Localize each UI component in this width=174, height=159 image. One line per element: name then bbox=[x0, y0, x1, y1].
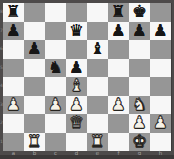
square-g1[interactable]: ♚ bbox=[129, 133, 150, 152]
square-f2[interactable] bbox=[108, 114, 129, 133]
square-h1[interactable] bbox=[150, 133, 171, 152]
square-d2[interactable]: ♛ bbox=[66, 114, 87, 133]
square-c6[interactable] bbox=[45, 40, 66, 59]
rank-label-1: 1 bbox=[0, 133, 3, 152]
chess-app-window: ♜♜♚♟♛♟♟♟♟♝♞♟♝♟♟♟♟♞♛♟♟♜♜♚ 87654321 abcdef… bbox=[0, 0, 174, 159]
square-d3[interactable]: ♟ bbox=[66, 96, 87, 115]
square-a1[interactable] bbox=[3, 133, 24, 152]
square-h4[interactable] bbox=[150, 77, 171, 96]
square-a2[interactable] bbox=[3, 114, 24, 133]
square-e8[interactable] bbox=[87, 3, 108, 22]
black-rook-a8[interactable]: ♜ bbox=[3, 3, 24, 22]
square-e2[interactable] bbox=[87, 114, 108, 133]
square-b6[interactable]: ♟ bbox=[24, 40, 45, 59]
square-c3[interactable]: ♟ bbox=[45, 96, 66, 115]
rank-label-8: 8 bbox=[0, 3, 3, 22]
square-g7[interactable]: ♟ bbox=[129, 22, 150, 41]
square-a3[interactable]: ♟ bbox=[3, 96, 24, 115]
square-g3[interactable]: ♞ bbox=[129, 96, 150, 115]
square-f4[interactable] bbox=[108, 77, 129, 96]
white-pawn-g2[interactable]: ♟ bbox=[129, 114, 150, 133]
square-h5[interactable] bbox=[150, 59, 171, 78]
square-a6[interactable] bbox=[3, 40, 24, 59]
black-queen-d7[interactable]: ♛ bbox=[66, 22, 87, 41]
square-d1[interactable] bbox=[66, 133, 87, 152]
square-d7[interactable]: ♛ bbox=[66, 22, 87, 41]
square-h6[interactable] bbox=[150, 40, 171, 59]
square-f1[interactable] bbox=[108, 133, 129, 152]
black-pawn-a7[interactable]: ♟ bbox=[3, 22, 24, 41]
square-h2[interactable]: ♟ bbox=[150, 114, 171, 133]
board-bottom-edge bbox=[0, 155, 174, 159]
square-b1[interactable]: ♜ bbox=[24, 133, 45, 152]
rank-label-3: 3 bbox=[0, 96, 3, 115]
square-g8[interactable]: ♚ bbox=[129, 3, 150, 22]
square-h8[interactable] bbox=[150, 3, 171, 22]
square-f6[interactable] bbox=[108, 40, 129, 59]
square-b5[interactable] bbox=[24, 59, 45, 78]
black-pawn-h7[interactable]: ♟ bbox=[150, 22, 171, 41]
square-f7[interactable]: ♟ bbox=[108, 22, 129, 41]
square-d6[interactable] bbox=[66, 40, 87, 59]
square-b7[interactable] bbox=[24, 22, 45, 41]
square-b8[interactable] bbox=[24, 3, 45, 22]
square-h3[interactable] bbox=[150, 96, 171, 115]
square-d8[interactable] bbox=[66, 3, 87, 22]
square-g5[interactable] bbox=[129, 59, 150, 78]
square-g4[interactable] bbox=[129, 77, 150, 96]
square-b2[interactable] bbox=[24, 114, 45, 133]
square-c1[interactable] bbox=[45, 133, 66, 152]
rank-label-6: 6 bbox=[0, 40, 3, 59]
square-c5[interactable]: ♞ bbox=[45, 59, 66, 78]
square-f3[interactable]: ♟ bbox=[108, 96, 129, 115]
black-pawn-g7[interactable]: ♟ bbox=[129, 22, 150, 41]
white-rook-b1[interactable]: ♜ bbox=[24, 133, 45, 152]
square-f8[interactable]: ♜ bbox=[108, 3, 129, 22]
square-g2[interactable]: ♟ bbox=[129, 114, 150, 133]
square-b3[interactable] bbox=[24, 96, 45, 115]
square-a4[interactable] bbox=[3, 77, 24, 96]
white-pawn-d3[interactable]: ♟ bbox=[66, 96, 87, 115]
square-a8[interactable]: ♜ bbox=[3, 3, 24, 22]
rank-coordinates: 87654321 bbox=[0, 3, 3, 151]
rank-label-2: 2 bbox=[0, 114, 3, 133]
square-f5[interactable] bbox=[108, 59, 129, 78]
square-e3[interactable] bbox=[87, 96, 108, 115]
white-pawn-c3[interactable]: ♟ bbox=[45, 96, 66, 115]
white-queen-d2[interactable]: ♛ bbox=[66, 114, 87, 133]
square-d5[interactable]: ♟ bbox=[66, 59, 87, 78]
rank-label-5: 5 bbox=[0, 59, 3, 78]
black-rook-f8[interactable]: ♜ bbox=[108, 3, 129, 22]
square-e6[interactable]: ♝ bbox=[87, 40, 108, 59]
black-pawn-d5[interactable]: ♟ bbox=[66, 59, 87, 78]
square-c4[interactable] bbox=[45, 77, 66, 96]
white-pawn-h2[interactable]: ♟ bbox=[150, 114, 171, 133]
white-pawn-f3[interactable]: ♟ bbox=[108, 96, 129, 115]
white-pawn-a3[interactable]: ♟ bbox=[3, 96, 24, 115]
white-bishop-d4[interactable]: ♝ bbox=[66, 77, 87, 96]
square-c7[interactable] bbox=[45, 22, 66, 41]
black-king-g8[interactable]: ♚ bbox=[129, 3, 150, 22]
square-a7[interactable]: ♟ bbox=[3, 22, 24, 41]
square-e5[interactable] bbox=[87, 59, 108, 78]
square-b4[interactable] bbox=[24, 77, 45, 96]
white-rook-e1[interactable]: ♜ bbox=[87, 133, 108, 152]
square-e7[interactable] bbox=[87, 22, 108, 41]
black-pawn-f7[interactable]: ♟ bbox=[108, 22, 129, 41]
rank-label-4: 4 bbox=[0, 77, 3, 96]
white-knight-g3[interactable]: ♞ bbox=[129, 96, 150, 115]
square-e4[interactable] bbox=[87, 77, 108, 96]
chess-board[interactable]: ♜♜♚♟♛♟♟♟♟♝♞♟♝♟♟♟♟♞♛♟♟♜♜♚ bbox=[3, 3, 172, 151]
black-bishop-e6[interactable]: ♝ bbox=[87, 40, 108, 59]
black-pawn-b6[interactable]: ♟ bbox=[24, 40, 45, 59]
white-king-g1[interactable]: ♚ bbox=[129, 133, 150, 152]
square-c2[interactable] bbox=[45, 114, 66, 133]
square-g6[interactable] bbox=[129, 40, 150, 59]
square-a5[interactable] bbox=[3, 59, 24, 78]
square-c8[interactable] bbox=[45, 3, 66, 22]
square-e1[interactable]: ♜ bbox=[87, 133, 108, 152]
rank-label-7: 7 bbox=[0, 22, 3, 41]
square-h7[interactable]: ♟ bbox=[150, 22, 171, 41]
black-knight-c5[interactable]: ♞ bbox=[45, 59, 66, 78]
square-d4[interactable]: ♝ bbox=[66, 77, 87, 96]
